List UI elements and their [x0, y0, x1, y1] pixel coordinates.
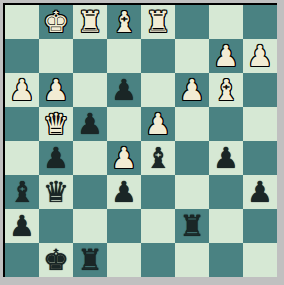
- square-d1[interactable]: [107, 243, 141, 277]
- board-frame: ♚♜♝♜♟♟♟♟♟♟♝♛♟♟♟♟♝♟♝♛♟♟♟♜♚♜: [3, 3, 277, 277]
- square-e1[interactable]: [141, 243, 175, 277]
- square-a3[interactable]: ♝: [5, 175, 39, 209]
- white-pawn[interactable]: ♟: [213, 39, 239, 73]
- square-d7[interactable]: [107, 39, 141, 73]
- square-g4[interactable]: ♟: [209, 141, 243, 175]
- square-h3[interactable]: ♟: [243, 175, 277, 209]
- square-g5[interactable]: [209, 107, 243, 141]
- square-f6[interactable]: ♟: [175, 73, 209, 107]
- square-e2[interactable]: [141, 209, 175, 243]
- chess-board: ♚♜♝♜♟♟♟♟♟♟♝♛♟♟♟♟♝♟♝♛♟♟♟♜♚♜: [5, 5, 277, 277]
- square-e6[interactable]: [141, 73, 175, 107]
- square-e8[interactable]: ♜: [141, 5, 175, 39]
- white-pawn[interactable]: ♟: [111, 141, 137, 175]
- square-b3[interactable]: ♛: [39, 175, 73, 209]
- square-c4[interactable]: [73, 141, 107, 175]
- black-pawn[interactable]: ♟: [111, 175, 137, 209]
- black-rook[interactable]: ♜: [77, 243, 103, 277]
- square-b7[interactable]: [39, 39, 73, 73]
- square-e4[interactable]: ♝: [141, 141, 175, 175]
- square-e3[interactable]: [141, 175, 175, 209]
- square-h7[interactable]: ♟: [243, 39, 277, 73]
- square-d8[interactable]: ♝: [107, 5, 141, 39]
- square-a2[interactable]: ♟: [5, 209, 39, 243]
- square-d6[interactable]: ♟: [107, 73, 141, 107]
- square-c3[interactable]: [73, 175, 107, 209]
- chess-app-window: ♚♜♝♜♟♟♟♟♟♟♝♛♟♟♟♟♝♟♝♛♟♟♟♜♚♜: [0, 0, 284, 285]
- white-bishop[interactable]: ♝: [213, 73, 239, 107]
- square-d5[interactable]: [107, 107, 141, 141]
- square-e5[interactable]: ♟: [141, 107, 175, 141]
- black-bishop[interactable]: ♝: [145, 141, 171, 175]
- square-a5[interactable]: [5, 107, 39, 141]
- square-f3[interactable]: [175, 175, 209, 209]
- white-king[interactable]: ♚: [43, 5, 69, 39]
- square-g1[interactable]: [209, 243, 243, 277]
- black-rook[interactable]: ♜: [179, 209, 205, 243]
- white-rook[interactable]: ♜: [77, 5, 103, 39]
- square-f8[interactable]: [175, 5, 209, 39]
- square-f2[interactable]: ♜: [175, 209, 209, 243]
- white-pawn[interactable]: ♟: [179, 73, 205, 107]
- square-a4[interactable]: [5, 141, 39, 175]
- square-f7[interactable]: [175, 39, 209, 73]
- square-g7[interactable]: ♟: [209, 39, 243, 73]
- square-f4[interactable]: [175, 141, 209, 175]
- black-bishop[interactable]: ♝: [9, 175, 35, 209]
- square-g6[interactable]: ♝: [209, 73, 243, 107]
- square-c2[interactable]: [73, 209, 107, 243]
- square-h6[interactable]: [243, 73, 277, 107]
- square-e7[interactable]: [141, 39, 175, 73]
- square-c6[interactable]: [73, 73, 107, 107]
- black-pawn[interactable]: ♟: [43, 141, 69, 175]
- white-queen[interactable]: ♛: [43, 107, 69, 141]
- square-d4[interactable]: ♟: [107, 141, 141, 175]
- black-king[interactable]: ♚: [43, 243, 69, 277]
- white-pawn[interactable]: ♟: [145, 107, 171, 141]
- square-a1[interactable]: [5, 243, 39, 277]
- black-pawn[interactable]: ♟: [77, 107, 103, 141]
- square-h4[interactable]: [243, 141, 277, 175]
- white-pawn[interactable]: ♟: [247, 39, 273, 73]
- square-d3[interactable]: ♟: [107, 175, 141, 209]
- square-b2[interactable]: [39, 209, 73, 243]
- square-f1[interactable]: [175, 243, 209, 277]
- square-h1[interactable]: [243, 243, 277, 277]
- square-b1[interactable]: ♚: [39, 243, 73, 277]
- square-c1[interactable]: ♜: [73, 243, 107, 277]
- square-b5[interactable]: ♛: [39, 107, 73, 141]
- square-a6[interactable]: ♟: [5, 73, 39, 107]
- square-d2[interactable]: [107, 209, 141, 243]
- square-g2[interactable]: [209, 209, 243, 243]
- square-b8[interactable]: ♚: [39, 5, 73, 39]
- square-g8[interactable]: [209, 5, 243, 39]
- square-g3[interactable]: [209, 175, 243, 209]
- square-c7[interactable]: [73, 39, 107, 73]
- square-h8[interactable]: [243, 5, 277, 39]
- white-bishop[interactable]: ♝: [111, 5, 137, 39]
- square-c8[interactable]: ♜: [73, 5, 107, 39]
- square-h5[interactable]: [243, 107, 277, 141]
- white-rook[interactable]: ♜: [145, 5, 171, 39]
- square-b4[interactable]: ♟: [39, 141, 73, 175]
- white-pawn[interactable]: ♟: [9, 73, 35, 107]
- square-a8[interactable]: [5, 5, 39, 39]
- white-pawn[interactable]: ♟: [43, 73, 69, 107]
- black-pawn[interactable]: ♟: [213, 141, 239, 175]
- black-pawn[interactable]: ♟: [111, 73, 137, 107]
- square-c5[interactable]: ♟: [73, 107, 107, 141]
- square-h2[interactable]: [243, 209, 277, 243]
- black-queen[interactable]: ♛: [43, 175, 69, 209]
- black-pawn[interactable]: ♟: [9, 209, 35, 243]
- black-pawn[interactable]: ♟: [247, 175, 273, 209]
- square-a7[interactable]: [5, 39, 39, 73]
- square-b6[interactable]: ♟: [39, 73, 73, 107]
- square-f5[interactable]: [175, 107, 209, 141]
